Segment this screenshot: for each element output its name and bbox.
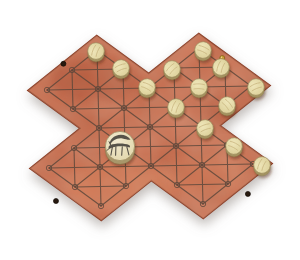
snap-stud-left — [61, 61, 66, 66]
snap-stud-right — [245, 191, 250, 196]
goose-piece[interactable] — [190, 78, 207, 97]
board-cloth — [20, 25, 282, 230]
snap-stud-bottom — [53, 199, 58, 204]
board-photo-svg — [0, 0, 300, 260]
fox-and-geese-photo — [0, 0, 300, 260]
board-cloth-container — [0, 0, 300, 260]
fox-piece[interactable] — [105, 131, 134, 164]
